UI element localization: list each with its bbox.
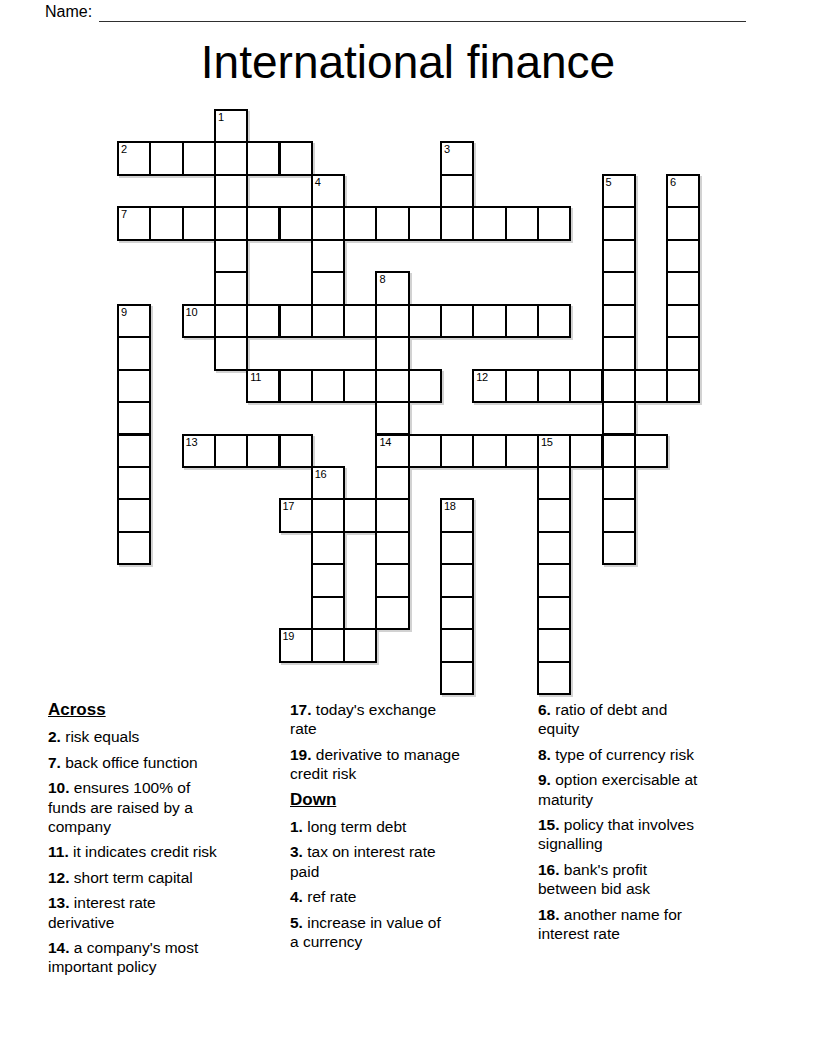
cell-r16c7[interactable] — [343, 628, 377, 662]
clue-8: 8. type of currency risk — [538, 745, 697, 764]
cell-r10c5[interactable] — [279, 434, 313, 468]
clue-number-16: 16 — [315, 468, 327, 480]
clue-8-number: 8. — [538, 746, 551, 763]
cell-r15c13[interactable] — [537, 596, 571, 630]
clue-11-line-1: 11. it indicates credit risk — [48, 842, 217, 861]
cell-r5c6[interactable] — [311, 271, 345, 305]
cell-r6c5[interactable] — [279, 304, 313, 338]
clue-15-line-2: signalling — [538, 834, 697, 853]
cell-r13c8[interactable] — [375, 531, 409, 565]
clue-17-number: 17. — [290, 701, 312, 718]
cell-r13c10[interactable] — [440, 531, 474, 565]
clue-number-5: 5 — [606, 176, 612, 188]
clue-12-number: 12. — [48, 869, 70, 886]
cell-r5c8[interactable]: 8 — [375, 271, 409, 305]
clue-19: 19. derivative to managecredit risk — [290, 745, 460, 784]
cell-r13c15[interactable] — [602, 531, 636, 565]
clue-number-4: 4 — [315, 176, 321, 188]
cell-r12c8[interactable] — [375, 498, 409, 532]
cell-r5c17[interactable] — [666, 271, 700, 305]
clue-9-number: 9. — [538, 771, 551, 788]
cell-r14c10[interactable] — [440, 563, 474, 597]
cell-r13c13[interactable] — [537, 531, 571, 565]
clue-number-14: 14 — [379, 436, 391, 448]
clue-17-line-1: 17. today's exchange — [290, 700, 460, 719]
clue-4-line-1: 4. ref rate — [290, 887, 460, 906]
cell-r6c2[interactable]: 10 — [182, 304, 216, 338]
cell-r8c0[interactable] — [117, 369, 151, 403]
cell-r13c6[interactable] — [311, 531, 345, 565]
cell-r14c8[interactable] — [375, 563, 409, 597]
cell-r2c10[interactable] — [440, 174, 474, 208]
cell-r7c3[interactable] — [214, 336, 248, 370]
cell-r6c3[interactable] — [214, 304, 248, 338]
cell-r1c3[interactable] — [214, 141, 248, 175]
cell-r6c8[interactable] — [375, 304, 409, 338]
clue-number-2: 2 — [121, 143, 127, 155]
cell-r12c13[interactable] — [537, 498, 571, 532]
cell-r5c3[interactable] — [214, 271, 248, 305]
clue-number-18: 18 — [444, 500, 456, 512]
clue-7-line-1: 7. back office function — [48, 753, 217, 772]
cell-r2c17[interactable]: 6 — [666, 174, 700, 208]
cell-r12c15[interactable] — [602, 498, 636, 532]
cell-r10c11[interactable] — [472, 434, 506, 468]
clue-number-12: 12 — [476, 371, 488, 383]
clue-16-line-2: between bid ask — [538, 879, 697, 898]
cell-r8c6[interactable] — [311, 369, 345, 403]
cell-r8c12[interactable] — [505, 369, 539, 403]
cell-r3c0[interactable]: 7 — [117, 206, 151, 240]
clue-6-line-1: 6. ratio of debt and — [538, 700, 697, 719]
clue-15: 15. policy that involvessignalling — [538, 815, 697, 854]
clue-number-7: 7 — [121, 208, 127, 220]
cell-r9c8[interactable] — [375, 401, 409, 435]
cell-r1c2[interactable] — [182, 141, 216, 175]
cell-r6c0[interactable]: 9 — [117, 304, 151, 338]
cell-r3c11[interactable] — [472, 206, 506, 240]
cell-r8c14[interactable] — [569, 369, 603, 403]
name-label: Name: — [45, 3, 92, 21]
cell-r10c8[interactable]: 14 — [375, 434, 409, 468]
cell-r7c8[interactable] — [375, 336, 409, 370]
cell-r3c2[interactable] — [182, 206, 216, 240]
clue-19-number: 19. — [290, 746, 312, 763]
clue-9-line-2: maturity — [538, 790, 697, 809]
clue-5-line-2: a currency — [290, 932, 460, 951]
cell-r15c6[interactable] — [311, 596, 345, 630]
cell-r3c9[interactable] — [408, 206, 442, 240]
clue-16-number: 16. — [538, 861, 560, 878]
clue-10-line-3: company — [48, 817, 217, 836]
clue-1-line-1: 1. long term debt — [290, 817, 460, 836]
cell-r4c6[interactable] — [311, 239, 345, 273]
cell-r16c10[interactable] — [440, 628, 474, 662]
cell-r8c4[interactable]: 11 — [246, 369, 280, 403]
cell-r6c6[interactable] — [311, 304, 345, 338]
clue-13-line-2: derivative — [48, 913, 217, 932]
clue-15-line-1: 15. policy that involves — [538, 815, 697, 834]
cell-r6c10[interactable] — [440, 304, 474, 338]
clue-1: 1. long term debt — [290, 817, 460, 836]
clue-10: 10. ensures 100% offunds are raised by a… — [48, 778, 217, 836]
cell-r6c13[interactable] — [537, 304, 571, 338]
clue-8-line-1: 8. type of currency risk — [538, 745, 697, 764]
clue-15-number: 15. — [538, 816, 560, 833]
cell-r3c1[interactable] — [149, 206, 183, 240]
clue-number-1: 1 — [218, 111, 224, 123]
cell-r11c13[interactable] — [537, 466, 571, 500]
clue-number-11: 11 — [250, 371, 261, 383]
cell-r11c8[interactable] — [375, 466, 409, 500]
clue-5-number: 5. — [290, 914, 303, 931]
clue-16-line-1: 16. bank's profit — [538, 860, 697, 879]
clue-13: 13. interest ratederivative — [48, 893, 217, 932]
cell-r2c15[interactable]: 5 — [602, 174, 636, 208]
cell-r8c16[interactable] — [634, 369, 668, 403]
cell-r11c15[interactable] — [602, 466, 636, 500]
clue-11-number: 11. — [48, 843, 69, 860]
clue-column-2: 17. today's exchangerate19. derivative t… — [290, 700, 460, 957]
clue-14: 14. a company's mostimportant policy — [48, 938, 217, 977]
cell-r8c8[interactable] — [375, 369, 409, 403]
cell-r10c12[interactable] — [505, 434, 539, 468]
clue-2-number: 2. — [48, 728, 61, 745]
cell-r3c13[interactable] — [537, 206, 571, 240]
cell-r10c9[interactable] — [408, 434, 442, 468]
cell-r13c0[interactable] — [117, 531, 151, 565]
cell-r12c6[interactable] — [311, 498, 345, 532]
cell-r3c6[interactable] — [311, 206, 345, 240]
cell-r3c7[interactable] — [343, 206, 377, 240]
cell-r10c15[interactable] — [602, 434, 636, 468]
cell-r10c3[interactable] — [214, 434, 248, 468]
clue-5-line-1: 5. increase in value of — [290, 913, 460, 932]
cell-r17c10[interactable] — [440, 661, 474, 695]
clue-4: 4. ref rate — [290, 887, 460, 906]
page-title: International finance — [0, 36, 816, 88]
cell-r0c3[interactable]: 1 — [214, 109, 248, 143]
clue-18-line-1: 18. another name for — [538, 905, 697, 924]
cell-r8c17[interactable] — [666, 369, 700, 403]
clue-number-3: 3 — [444, 143, 450, 155]
clue-7-number: 7. — [48, 754, 61, 771]
cell-r8c13[interactable] — [537, 369, 571, 403]
clue-14-line-2: important policy — [48, 957, 217, 976]
clue-11: 11. it indicates credit risk — [48, 842, 217, 861]
cell-r15c8[interactable] — [375, 596, 409, 630]
cell-r12c0[interactable] — [117, 498, 151, 532]
cell-r1c0[interactable]: 2 — [117, 141, 151, 175]
cell-r3c8[interactable] — [375, 206, 409, 240]
clue-number-15: 15 — [541, 436, 553, 448]
clue-19-line-1: 19. derivative to manage — [290, 745, 460, 764]
cell-r11c6[interactable]: 16 — [311, 466, 345, 500]
clue-column-1: Across2. risk equals7. back office funct… — [48, 700, 217, 983]
clue-number-6: 6 — [670, 176, 676, 188]
cell-r12c10[interactable]: 18 — [440, 498, 474, 532]
cell-r6c12[interactable] — [505, 304, 539, 338]
clue-number-10: 10 — [186, 306, 198, 318]
cell-r7c15[interactable] — [602, 336, 636, 370]
cell-r11c0[interactable] — [117, 466, 151, 500]
clue-2-line-1: 2. risk equals — [48, 727, 217, 746]
clue-3: 3. tax on interest ratepaid — [290, 842, 460, 881]
cell-r14c6[interactable] — [311, 563, 345, 597]
clue-13-line-1: 13. interest rate — [48, 893, 217, 912]
cell-r8c5[interactable] — [279, 369, 313, 403]
cell-r14c13[interactable] — [537, 563, 571, 597]
cell-r12c5[interactable]: 17 — [279, 498, 313, 532]
clue-18: 18. another name forinterest rate — [538, 905, 697, 944]
clue-number-13: 13 — [186, 436, 198, 448]
cell-r2c3[interactable] — [214, 174, 248, 208]
cell-r16c13[interactable] — [537, 628, 571, 662]
cell-r3c17[interactable] — [666, 206, 700, 240]
cell-r6c17[interactable] — [666, 304, 700, 338]
cell-r1c10[interactable]: 3 — [440, 141, 474, 175]
clue-14-line-1: 14. a company's most — [48, 938, 217, 957]
cell-r17c13[interactable] — [537, 661, 571, 695]
clue-4-number: 4. — [290, 888, 303, 905]
cell-r2c6[interactable]: 4 — [311, 174, 345, 208]
clue-10-line-1: 10. ensures 100% of — [48, 778, 217, 797]
clue-17-line-2: rate — [290, 719, 460, 738]
clue-number-17: 17 — [283, 500, 295, 512]
cell-r4c15[interactable] — [602, 239, 636, 273]
cell-r10c0[interactable] — [117, 434, 151, 468]
crossword-grid: 12345678910111213141516171819 — [117, 109, 699, 695]
clue-7: 7. back office function — [48, 753, 217, 772]
clue-6-number: 6. — [538, 701, 551, 718]
clue-17: 17. today's exchangerate — [290, 700, 460, 739]
clue-12: 12. short term capital — [48, 868, 217, 887]
cell-r3c15[interactable] — [602, 206, 636, 240]
clue-16: 16. bank's profitbetween bid ask — [538, 860, 697, 899]
cell-r3c3[interactable] — [214, 206, 248, 240]
cell-r8c9[interactable] — [408, 369, 442, 403]
cell-r1c5[interactable] — [279, 141, 313, 175]
cell-r10c2[interactable]: 13 — [182, 434, 216, 468]
cell-r9c15[interactable] — [602, 401, 636, 435]
clue-3-line-2: paid — [290, 862, 460, 881]
clue-5: 5. increase in value ofa currency — [290, 913, 460, 952]
clue-2: 2. risk equals — [48, 727, 217, 746]
cell-r6c9[interactable] — [408, 304, 442, 338]
cell-r6c7[interactable] — [343, 304, 377, 338]
cell-r10c14[interactable] — [569, 434, 603, 468]
cell-r1c1[interactable] — [149, 141, 183, 175]
heading-down: Down — [290, 790, 460, 809]
clue-number-9: 9 — [121, 306, 127, 318]
name-fill-line[interactable] — [99, 2, 746, 22]
heading-across: Across — [48, 700, 217, 719]
cell-r8c11[interactable]: 12 — [472, 369, 506, 403]
cell-r10c10[interactable] — [440, 434, 474, 468]
clue-19-line-2: credit risk — [290, 764, 460, 783]
cell-r3c12[interactable] — [505, 206, 539, 240]
cell-r10c16[interactable] — [634, 434, 668, 468]
cell-r4c17[interactable] — [666, 239, 700, 273]
clue-10-line-2: funds are raised by a — [48, 798, 217, 817]
cell-r16c6[interactable] — [311, 628, 345, 662]
cell-r3c10[interactable] — [440, 206, 474, 240]
clue-18-number: 18. — [538, 906, 560, 923]
clue-6-line-2: equity — [538, 719, 697, 738]
cell-r9c0[interactable] — [117, 401, 151, 435]
clue-3-number: 3. — [290, 843, 303, 860]
cell-r12c7[interactable] — [343, 498, 377, 532]
cell-r3c5[interactable] — [279, 206, 313, 240]
clue-10-number: 10. — [48, 779, 70, 796]
worksheet-page: { "game": "crossword", "title": "Interna… — [0, 0, 816, 1056]
clue-number-8: 8 — [379, 273, 385, 285]
clue-3-line-1: 3. tax on interest rate — [290, 842, 460, 861]
cell-r3c4[interactable] — [246, 206, 280, 240]
clue-13-number: 13. — [48, 894, 70, 911]
cell-r6c4[interactable] — [246, 304, 280, 338]
cell-r6c15[interactable] — [602, 304, 636, 338]
clue-6: 6. ratio of debt andequity — [538, 700, 697, 739]
clue-18-line-2: interest rate — [538, 924, 697, 943]
cell-r7c0[interactable] — [117, 336, 151, 370]
cell-r5c15[interactable] — [602, 271, 636, 305]
clue-9-line-1: 9. option exercisable at — [538, 770, 697, 789]
cell-r4c3[interactable] — [214, 239, 248, 273]
cell-r10c13[interactable]: 15 — [537, 434, 571, 468]
clue-14-number: 14. — [48, 939, 70, 956]
clue-9: 9. option exercisable atmaturity — [538, 770, 697, 809]
cell-r16c5[interactable]: 19 — [279, 628, 313, 662]
clue-12-line-1: 12. short term capital — [48, 868, 217, 887]
clue-1-number: 1. — [290, 818, 303, 835]
cell-r1c4[interactable] — [246, 141, 280, 175]
cell-r6c11[interactable] — [472, 304, 506, 338]
cell-r8c7[interactable] — [343, 369, 377, 403]
cell-r15c10[interactable] — [440, 596, 474, 630]
clue-column-3: 6. ratio of debt andequity8. type of cur… — [538, 700, 697, 949]
cell-r8c15[interactable] — [602, 369, 636, 403]
cell-r7c17[interactable] — [666, 336, 700, 370]
cell-r10c4[interactable] — [246, 434, 280, 468]
clue-number-19: 19 — [283, 630, 295, 642]
